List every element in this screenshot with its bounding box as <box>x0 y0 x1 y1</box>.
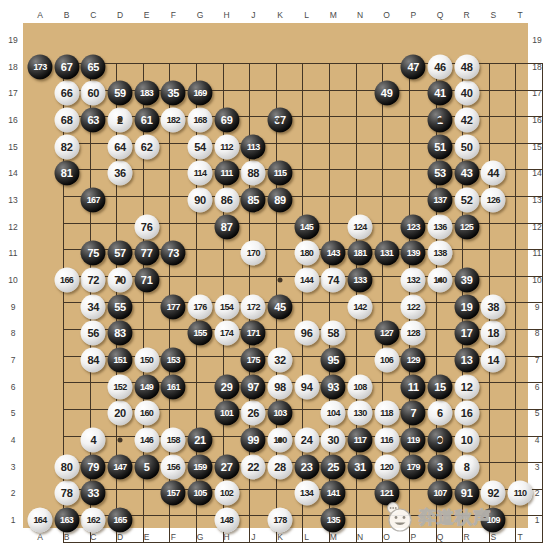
row-label-left-11: 11 <box>9 248 18 258</box>
stone-148-H1: 148 <box>214 508 239 533</box>
row-label-right-1: 1 <box>535 515 540 525</box>
stone-10-R4: 10 <box>454 428 479 453</box>
col-label-bottom-A: A <box>37 532 43 542</box>
board-cell <box>489 90 516 117</box>
move-number: 51 <box>434 141 446 152</box>
stone-127-O8: 127 <box>374 321 399 346</box>
col-label-top-L: L <box>304 10 309 20</box>
row-label-right-11: 11 <box>533 248 542 258</box>
stone-119-P4: 119 <box>401 428 426 453</box>
col-label-bottom-R: R <box>464 532 470 542</box>
move-number: 98 <box>274 381 286 392</box>
col-label-bottom-F: F <box>171 532 176 542</box>
move-number: 65 <box>88 61 100 72</box>
stone-116-O4: 116 <box>374 428 399 453</box>
stone-141-M2: 141 <box>321 481 346 506</box>
board-cell <box>196 249 223 276</box>
row-label-left-4: 4 <box>11 435 16 445</box>
stone-146-E4: 146 <box>134 428 159 453</box>
stone-38-S9: 38 <box>481 294 506 319</box>
col-label-top-O: O <box>383 10 390 20</box>
move-number: 180 <box>300 249 313 258</box>
row-label-left-12: 12 <box>8 222 17 232</box>
board-cell <box>356 116 383 143</box>
move-number: 174 <box>220 329 233 338</box>
move-number: 69 <box>221 115 233 126</box>
move-number: 90 <box>194 195 206 206</box>
star-point-K10 <box>278 278 283 283</box>
move-number: 97 <box>248 381 260 392</box>
move-number: 119 <box>407 436 420 445</box>
stone-173-A18: 173 <box>28 54 53 79</box>
stone-170-J11: 170 <box>241 241 266 266</box>
move-number: 71 <box>141 275 153 286</box>
stone-117-N4: 117 <box>348 428 373 453</box>
move-number: 6 <box>437 408 443 419</box>
stone-165-D1: 165 <box>108 508 133 533</box>
stone-156-F3: 156 <box>161 454 186 479</box>
row-label-left-9: 9 <box>11 302 16 312</box>
row-label-right-19: 19 <box>532 35 541 45</box>
row-label-left-6: 6 <box>11 382 16 392</box>
stone-175-J7: 175 <box>241 348 266 373</box>
col-label-bottom-T: T <box>517 532 522 542</box>
stone-161-F6: 161 <box>161 374 186 399</box>
stone-135-M1: 135 <box>321 508 346 533</box>
stone-151-D7: 151 <box>108 348 133 373</box>
col-label-top-F: F <box>171 10 176 20</box>
row-label-right-6: 6 <box>535 382 540 392</box>
col-label-top-M: M <box>330 10 337 20</box>
move-number: 147 <box>113 462 126 471</box>
board-cell <box>249 63 276 90</box>
stone-115-K14: 115 <box>268 161 293 186</box>
stone-114-G14: 114 <box>188 161 213 186</box>
move-number: 53 <box>434 168 446 179</box>
stone-57-D11: 57 <box>108 241 133 266</box>
stone-95-M7: 95 <box>321 348 346 373</box>
col-label-bottom-K: K <box>277 532 283 542</box>
stone-152-D6: 152 <box>108 374 133 399</box>
move-number: 45 <box>274 301 286 312</box>
stone-30-M4: 30 <box>321 428 346 453</box>
stone-109-S1: 109 <box>481 508 506 533</box>
move-number: 161 <box>167 382 180 391</box>
move-number: 73 <box>168 248 180 259</box>
stone-136-Q12: 136 <box>428 214 453 239</box>
stone-64-D15: 64 <box>108 134 133 159</box>
move-number: 173 <box>33 62 46 71</box>
move-number: 141 <box>327 489 340 498</box>
stone-17-R8: 17 <box>454 321 479 346</box>
row-label-left-5: 5 <box>11 408 16 418</box>
move-number: 132 <box>407 276 420 285</box>
stone-32-K7: 32 <box>268 348 293 373</box>
move-number: 50 <box>461 141 473 152</box>
move-number: 60 <box>88 88 100 99</box>
row-label-right-18: 18 <box>532 62 541 72</box>
stone-176-G9: 176 <box>188 294 213 319</box>
move-number: 106 <box>380 356 393 365</box>
stone-139-P11: 139 <box>401 241 426 266</box>
col-label-bottom-H: H <box>224 532 230 542</box>
stone-166-B10: 166 <box>54 268 79 293</box>
board-cell <box>329 116 356 143</box>
move-number: 26 <box>248 408 260 419</box>
move-number: 32 <box>274 355 286 366</box>
move-number: 88 <box>248 168 260 179</box>
stone-164-A1: 164 <box>28 508 53 533</box>
row-label-right-17: 17 <box>532 88 541 98</box>
stone-26-J5: 26 <box>241 401 266 426</box>
stone-24-L4: 24 <box>294 428 319 453</box>
stone-19-R9: 19 <box>454 294 479 319</box>
move-number: 40 <box>461 88 473 99</box>
move-number: 138 <box>433 249 446 258</box>
stone-31-N3: 31 <box>348 454 373 479</box>
stone-44-S14: 44 <box>481 161 506 186</box>
stone-128-P8: 128 <box>401 321 426 346</box>
col-label-bottom-E: E <box>144 532 150 542</box>
move-number: 43 <box>461 168 473 179</box>
stone-107-Q2: 107 <box>428 481 453 506</box>
move-number: 12 <box>461 381 473 392</box>
board-cell <box>302 90 329 117</box>
move-number: 160 <box>140 409 153 418</box>
row-label-right-7: 7 <box>535 355 540 365</box>
move-number: 109 <box>487 516 500 525</box>
stone-83-D8: 83 <box>108 321 133 346</box>
move-number: 44 <box>488 168 500 179</box>
move-number: 175 <box>247 356 260 365</box>
move-number: 68 <box>61 115 73 126</box>
row-label-right-4: 4 <box>535 435 540 445</box>
move-number: 120 <box>380 462 393 471</box>
go-diagram-page: 1234567891011121314151617181920212223242… <box>0 0 550 550</box>
stone-51-Q15: 51 <box>428 134 453 159</box>
move-number: 47 <box>408 61 420 72</box>
stone-6-Q5: 6 <box>428 401 453 426</box>
board-cell <box>382 143 409 170</box>
board-cell <box>382 169 409 196</box>
stone-65-C18: 65 <box>81 54 106 79</box>
move-number: 31 <box>354 461 366 472</box>
stone-84-C7: 84 <box>81 348 106 373</box>
stone-132-P10: 132 <box>401 268 426 293</box>
board-cell <box>329 143 356 170</box>
stone-85-J13: 85 <box>241 188 266 213</box>
stone-16-R5: 16 <box>454 401 479 426</box>
stone-180-L11: 180 <box>294 241 319 266</box>
move-number: 124 <box>353 222 366 231</box>
row-label-right-8: 8 <box>535 328 540 338</box>
row-label-left-15: 15 <box>8 142 17 152</box>
col-label-top-R: R <box>464 10 470 20</box>
stone-74-M10: 74 <box>321 268 346 293</box>
move-number: 168 <box>193 116 206 125</box>
stone-102-H2: 102 <box>214 481 239 506</box>
move-number: 18 <box>488 328 500 339</box>
move-number: 166 <box>60 276 73 285</box>
move-number: 154 <box>220 302 233 311</box>
stone-105-G2: 105 <box>188 481 213 506</box>
stone-154-H9: 154 <box>214 294 239 319</box>
stone-43-R14: 43 <box>454 161 479 186</box>
stone-101-H5: 101 <box>214 401 239 426</box>
stone-12-R6: 12 <box>454 374 479 399</box>
move-number: 131 <box>380 249 393 258</box>
move-number: 108 <box>353 382 366 391</box>
move-number: 107 <box>433 489 446 498</box>
move-number: 142 <box>353 302 366 311</box>
move-number: 139 <box>407 249 420 258</box>
move-number: 148 <box>220 516 233 525</box>
stone-162-C1: 162 <box>81 508 106 533</box>
move-number: 149 <box>140 382 153 391</box>
stone-130-N5: 130 <box>348 401 373 426</box>
stone-121-O2: 121 <box>374 481 399 506</box>
stone-155-G8: 155 <box>188 321 213 346</box>
stone-177-F9: 177 <box>161 294 186 319</box>
move-number: 182 <box>167 116 180 125</box>
stone-42-R16: 42 <box>454 108 479 133</box>
stone-56-C8: 56 <box>81 321 106 346</box>
stone-120-O3: 120 <box>374 454 399 479</box>
stone-182-F16: 182 <box>161 108 186 133</box>
move-number: 76 <box>141 221 153 232</box>
stone-27-H3: 27 <box>214 454 239 479</box>
stone-104-M5: 104 <box>321 401 346 426</box>
move-number: 91 <box>461 488 473 499</box>
move-number: 80 <box>61 461 73 472</box>
stone-106-O7: 106 <box>374 348 399 373</box>
stone-124-N12: 124 <box>348 214 373 239</box>
stone-91-R2: 91 <box>454 481 479 506</box>
stone-72-C10: 72 <box>81 268 106 293</box>
move-number: 165 <box>113 516 126 525</box>
move-number: 111 <box>221 169 233 178</box>
stone-61-E16: 61 <box>134 108 159 133</box>
stone-73-F11: 73 <box>161 241 186 266</box>
stone-18-S8: 18 <box>481 321 506 346</box>
board-cell <box>489 436 516 463</box>
move-number: 92 <box>488 488 500 499</box>
col-label-bottom-S: S <box>490 532 496 542</box>
star-point-Q16 <box>438 118 443 123</box>
move-number: 48 <box>461 61 473 72</box>
board-cell <box>223 63 250 90</box>
move-number: 86 <box>221 195 233 206</box>
stone-58-M8: 58 <box>321 321 346 346</box>
stone-157-F2: 157 <box>161 481 186 506</box>
move-number: 172 <box>247 302 260 311</box>
stone-131-O11: 131 <box>374 241 399 266</box>
move-number: 99 <box>248 435 260 446</box>
move-number: 94 <box>301 381 313 392</box>
move-number: 14 <box>488 355 500 366</box>
stone-158-F4: 158 <box>161 428 186 453</box>
move-number: 84 <box>88 355 100 366</box>
star-point-K4 <box>278 438 283 443</box>
stone-160-E5: 160 <box>134 401 159 426</box>
move-number: 103 <box>273 409 286 418</box>
stone-129-P7: 129 <box>401 348 426 373</box>
stone-118-O5: 118 <box>374 401 399 426</box>
row-label-left-3: 3 <box>11 462 16 472</box>
move-number: 20 <box>114 408 126 419</box>
move-number: 55 <box>114 301 126 312</box>
stone-14-S7: 14 <box>481 348 506 373</box>
move-number: 75 <box>88 248 100 259</box>
move-number: 181 <box>353 249 366 258</box>
move-number: 25 <box>328 461 340 472</box>
move-number: 159 <box>193 462 206 471</box>
stone-54-G15: 54 <box>188 134 213 159</box>
board-cell <box>489 249 516 276</box>
move-number: 127 <box>380 329 393 338</box>
move-number: 39 <box>461 275 473 286</box>
row-label-left-8: 8 <box>11 328 16 338</box>
move-number: 89 <box>274 195 286 206</box>
stone-86-H13: 86 <box>214 188 239 213</box>
move-number: 126 <box>487 196 500 205</box>
move-number: 125 <box>460 222 473 231</box>
stone-96-L8: 96 <box>294 321 319 346</box>
stone-39-R10: 39 <box>454 268 479 293</box>
move-number: 83 <box>114 328 126 339</box>
col-label-top-T: T <box>517 10 522 20</box>
move-number: 35 <box>168 88 180 99</box>
stone-174-H8: 174 <box>214 321 239 346</box>
move-number: 136 <box>433 222 446 231</box>
row-label-left-17: 17 <box>8 88 17 98</box>
move-number: 112 <box>220 142 233 151</box>
move-number: 115 <box>274 169 287 178</box>
stone-69-H16: 69 <box>214 108 239 133</box>
row-label-right-10: 10 <box>532 275 541 285</box>
col-label-top-G: G <box>197 10 204 20</box>
stone-89-K13: 89 <box>268 188 293 213</box>
board-cell <box>356 169 383 196</box>
move-number: 116 <box>380 436 393 445</box>
move-number: 8 <box>464 461 470 472</box>
stone-90-G13: 90 <box>188 188 213 213</box>
move-number: 129 <box>407 356 420 365</box>
move-number: 123 <box>407 222 420 231</box>
stone-126-S13: 126 <box>481 188 506 213</box>
stone-111-H14: 111 <box>214 161 239 186</box>
board-cell <box>329 169 356 196</box>
stone-113-J15: 113 <box>241 134 266 159</box>
move-number: 134 <box>300 489 313 498</box>
stone-50-R15: 50 <box>454 134 479 159</box>
move-number: 30 <box>328 435 340 446</box>
move-number: 122 <box>407 302 420 311</box>
stone-62-E15: 62 <box>134 134 159 159</box>
move-number: 36 <box>114 168 126 179</box>
move-number: 17 <box>461 328 473 339</box>
stone-181-N11: 181 <box>348 241 373 266</box>
stone-77-E11: 77 <box>134 241 159 266</box>
move-number: 21 <box>194 435 206 446</box>
row-label-left-19: 19 <box>8 35 17 45</box>
stone-171-J8: 171 <box>241 321 266 346</box>
star-point-D4 <box>118 438 123 443</box>
move-number: 117 <box>354 436 367 445</box>
stone-53-Q14: 53 <box>428 161 453 186</box>
board-cell <box>489 223 516 250</box>
col-label-top-H: H <box>224 10 230 20</box>
stone-29-H6: 29 <box>214 374 239 399</box>
stone-23-L3: 23 <box>294 454 319 479</box>
move-number: 156 <box>167 462 180 471</box>
stone-63-C16: 63 <box>81 108 106 133</box>
move-number: 52 <box>461 195 473 206</box>
col-label-top-E: E <box>144 10 150 20</box>
stone-145-L12: 145 <box>294 214 319 239</box>
star-point-Q4 <box>438 438 443 443</box>
stone-98-K6: 98 <box>268 374 293 399</box>
move-number: 62 <box>141 141 153 152</box>
board-cell <box>302 63 329 90</box>
move-number: 96 <box>301 328 313 339</box>
board-cell <box>489 382 516 409</box>
move-number: 169 <box>193 89 206 98</box>
move-number: 121 <box>380 489 393 498</box>
stone-45-K9: 45 <box>268 294 293 319</box>
stone-150-E7: 150 <box>134 348 159 373</box>
stone-82-B15: 82 <box>54 134 79 159</box>
board-cell <box>302 116 329 143</box>
move-number: 46 <box>434 61 446 72</box>
move-number: 3 <box>437 461 443 472</box>
board-cell <box>63 382 90 409</box>
stone-81-B14: 81 <box>54 161 79 186</box>
move-number: 179 <box>407 462 420 471</box>
move-number: 42 <box>461 115 473 126</box>
move-number: 118 <box>380 409 393 418</box>
move-number: 19 <box>461 301 473 312</box>
row-label-right-14: 14 <box>532 168 541 178</box>
stone-47-P18: 47 <box>401 54 426 79</box>
move-number: 56 <box>88 328 100 339</box>
move-number: 104 <box>327 409 340 418</box>
move-number: 183 <box>140 89 153 98</box>
move-number: 102 <box>220 489 233 498</box>
stone-46-Q18: 46 <box>428 54 453 79</box>
move-number: 171 <box>247 329 260 338</box>
stone-178-K1: 178 <box>268 508 293 533</box>
move-number: 145 <box>300 222 313 231</box>
move-number: 113 <box>247 142 260 151</box>
row-label-left-13: 13 <box>8 195 17 205</box>
stone-163-B1: 163 <box>54 508 79 533</box>
row-label-left-1: 1 <box>11 515 16 525</box>
col-label-top-N: N <box>357 10 363 20</box>
move-number: 146 <box>140 436 153 445</box>
move-number: 49 <box>381 88 393 99</box>
stone-167-C13: 167 <box>81 188 106 213</box>
stone-172-J9: 172 <box>241 294 266 319</box>
stone-123-P12: 123 <box>401 214 426 239</box>
stone-183-E17: 183 <box>134 81 159 106</box>
move-number: 158 <box>167 436 180 445</box>
move-number: 58 <box>328 328 340 339</box>
stone-133-N10: 133 <box>348 268 373 293</box>
stone-138-Q11: 138 <box>428 241 453 266</box>
move-number: 101 <box>220 409 233 418</box>
move-number: 95 <box>328 355 340 366</box>
